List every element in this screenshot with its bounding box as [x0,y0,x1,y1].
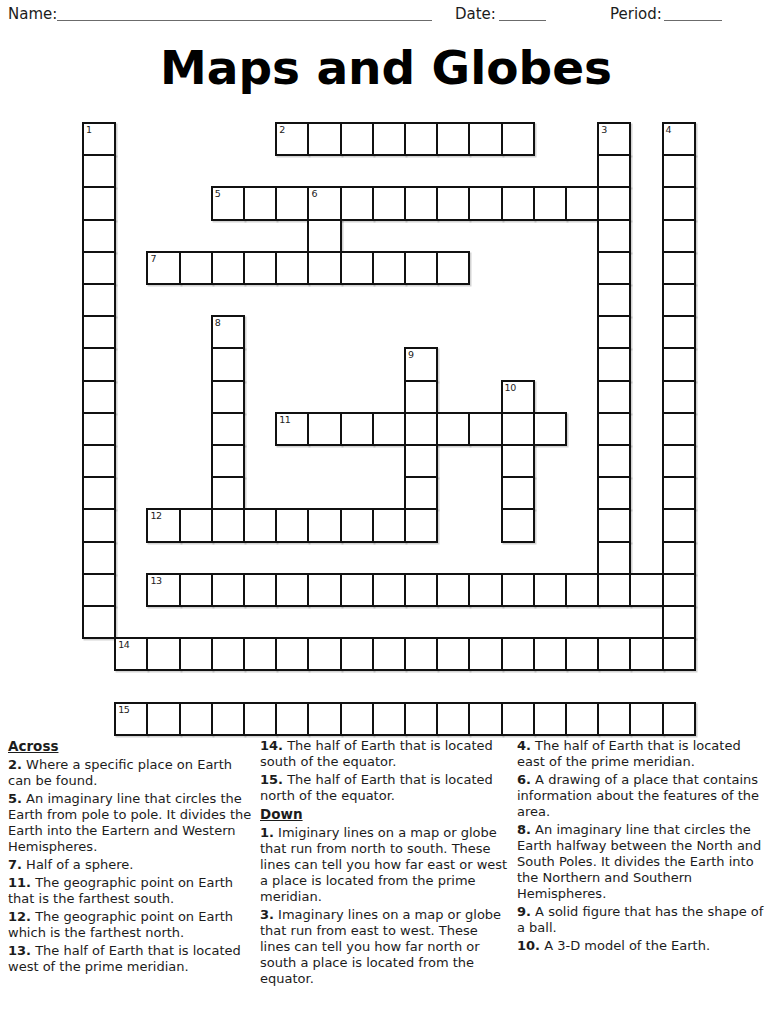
grid-cell-r0c8[interactable] [340,122,374,156]
grid-cell-r18c18[interactable] [662,702,696,736]
grid-cell-r14c14[interactable] [533,573,567,607]
grid-cell-r1c16[interactable] [597,154,631,188]
date-label: Date: [455,5,496,23]
grid-cell-r0c13[interactable] [501,122,535,156]
grid-cell-r16c14[interactable] [533,637,567,671]
grid-cell-r6c0[interactable] [82,315,116,349]
grid-cell-r2c0[interactable] [82,186,116,220]
clue-number: 2 [279,124,285,135]
grid-cell-r12c6[interactable] [275,508,309,542]
grid-cell-r8c13[interactable]: 10 [501,380,535,414]
grid-cell-r16c11[interactable] [436,637,470,671]
clue-13: 13. The half of Earth that is located we… [8,943,255,975]
grid-cell-r14c2[interactable]: 13 [146,573,180,607]
grid-cell-r9c0[interactable] [82,412,116,446]
grid-cell-r9c8[interactable] [340,412,374,446]
clue-number: 12 [150,510,161,521]
grid-cell-r11c0[interactable] [82,476,116,510]
clue-14: 14. The half of Earth that is located so… [260,738,510,770]
clue-number: 6 [311,188,317,199]
grid-cell-r12c13[interactable] [501,508,535,542]
grid-cell-r13c16[interactable] [597,541,631,575]
grid-cell-r9c9[interactable] [372,412,406,446]
grid-cell-r5c16[interactable] [597,283,631,317]
grid-cell-r4c11[interactable] [436,251,470,285]
grid-cell-r16c12[interactable] [468,637,502,671]
grid-cell-r6c18[interactable] [662,315,696,349]
clue-7: 7. Half of a sphere. [8,857,255,873]
grid-cell-r9c12[interactable] [468,412,502,446]
clue-1: 1. Imiginary lines on a map or globe tha… [260,825,510,905]
grid-cell-r13c18[interactable] [662,541,696,575]
grid-cell-r2c18[interactable] [662,186,696,220]
name-label: Name: [8,5,57,23]
grid-cell-r2c16[interactable] [597,186,631,220]
grid-cell-r18c14[interactable] [533,702,567,736]
grid-cell-r10c13[interactable] [501,444,535,478]
clue-2: 2. Where a specific place on Earth can b… [8,757,255,789]
grid-cell-r18c13[interactable] [501,702,535,736]
clue-number: 13 [150,575,161,586]
grid-cell-r16c15[interactable] [565,637,599,671]
grid-cell-r2c6[interactable] [275,186,309,220]
period-label: Period: [610,5,662,23]
clue-4: 4. The half of Earth that is located eas… [517,738,768,770]
grid-cell-r9c7[interactable] [307,412,341,446]
grid-cell-r0c0[interactable]: 1 [82,122,116,156]
grid-cell-r18c9[interactable] [372,702,406,736]
grid-cell-r4c7[interactable] [307,251,341,285]
grid-cell-r4c0[interactable] [82,251,116,285]
grid-cell-r11c10[interactable] [404,476,438,510]
grid-cell-r14c13[interactable] [501,573,535,607]
grid-cell-r0c12[interactable] [468,122,502,156]
clue-number: 8 [215,317,221,328]
clue-3: 3. Imaginary lines on a map or globe tha… [260,907,510,987]
grid-cell-r12c9[interactable] [372,508,406,542]
grid-cell-r14c7[interactable] [307,573,341,607]
grid-cell-r12c2[interactable]: 12 [146,508,180,542]
clue-number: 3 [601,124,607,135]
grid-cell-r12c3[interactable] [179,508,213,542]
clue-number: 15 [118,704,129,715]
grid-cell-r5c18[interactable] [662,283,696,317]
grid-cell-r18c17[interactable] [629,702,663,736]
grid-cell-r5c0[interactable] [82,283,116,317]
grid-cell-r7c0[interactable] [82,347,116,381]
grid-cell-r16c7[interactable] [307,637,341,671]
clue-6: 6. A drawing of a place that contains in… [517,772,768,820]
grid-cell-r9c11[interactable] [436,412,470,446]
grid-cell-r18c3[interactable] [179,702,213,736]
grid-cell-r8c4[interactable] [211,380,245,414]
grid-cell-r14c15[interactable] [565,573,599,607]
grid-cell-r2c10[interactable] [404,186,438,220]
grid-cell-r0c10[interactable] [404,122,438,156]
grid-cell-r3c18[interactable] [662,219,696,253]
grid-cell-r18c5[interactable] [243,702,277,736]
grid-cell-r18c10[interactable] [404,702,438,736]
grid-cell-r16c16[interactable] [597,637,631,671]
clue-column-2: 14. The half of Earth that is located so… [260,738,510,989]
grid-cell-r16c18[interactable] [662,637,696,671]
clue-number: 7 [150,253,156,264]
grid-cell-r8c18[interactable] [662,380,696,414]
grid-cell-r15c18[interactable] [662,605,696,639]
grid-cell-r16c1[interactable]: 14 [114,637,148,671]
grid-cell-r6c4[interactable]: 8 [211,315,245,349]
grid-cell-r2c14[interactable] [533,186,567,220]
grid-cell-r0c6[interactable]: 2 [275,122,309,156]
period-blank-line[interactable] [664,5,722,21]
grid-cell-r2c15[interactable] [565,186,599,220]
clue-column-3: 4. The half of Earth that is located eas… [517,738,768,956]
clue-column-1: Across2. Where a specific place on Earth… [8,738,255,977]
clue-number: 10 [505,382,516,393]
grid-cell-r14c4[interactable] [211,573,245,607]
grid-cell-r18c12[interactable] [468,702,502,736]
grid-cell-r15c0[interactable] [82,605,116,639]
grid-cell-r4c5[interactable] [243,251,277,285]
grid-cell-r18c1[interactable]: 15 [114,702,148,736]
grid-cell-r11c16[interactable] [597,476,631,510]
grid-cell-r18c6[interactable] [275,702,309,736]
grid-cell-r3c16[interactable] [597,219,631,253]
grid-cell-r16c5[interactable] [243,637,277,671]
grid-cell-r4c8[interactable] [340,251,374,285]
grid-cell-r0c7[interactable] [307,122,341,156]
worksheet-page: Name: Date: Period: Maps and Globes 1234… [0,0,772,1024]
grid-cell-r12c16[interactable] [597,508,631,542]
name-blank-line[interactable] [57,5,432,21]
grid-cell-r9c13[interactable] [501,412,535,446]
grid-cell-r16c10[interactable] [404,637,438,671]
grid-cell-r16c13[interactable] [501,637,535,671]
grid-cell-r16c2[interactable] [146,637,180,671]
grid-cell-r4c3[interactable] [179,251,213,285]
grid-cell-r16c6[interactable] [275,637,309,671]
grid-cell-r12c7[interactable] [307,508,341,542]
grid-cell-r10c16[interactable] [597,444,631,478]
grid-cell-r8c0[interactable] [82,380,116,414]
grid-cell-r1c0[interactable] [82,154,116,188]
grid-cell-r14c18[interactable] [662,573,696,607]
clue-11: 11. The geographic point on Earth that i… [8,875,255,907]
grid-cell-r14c10[interactable] [404,573,438,607]
grid-cell-r12c8[interactable] [340,508,374,542]
clue-5: 5. An imaginary line that circles the Ea… [8,791,255,855]
grid-cell-r9c16[interactable] [597,412,631,446]
grid-cell-r11c13[interactable] [501,476,535,510]
grid-cell-r9c6[interactable]: 11 [275,412,309,446]
grid-cell-r14c17[interactable] [629,573,663,607]
grid-cell-r13c0[interactable] [82,541,116,575]
clue-9: 9. A solid figure that has the shape of … [517,904,768,936]
grid-cell-r14c8[interactable] [340,573,374,607]
grid-cell-r4c9[interactable] [372,251,406,285]
grid-cell-r0c16[interactable]: 3 [597,122,631,156]
grid-cell-r16c3[interactable] [179,637,213,671]
grid-cell-r6c16[interactable] [597,315,631,349]
grid-cell-r18c7[interactable] [307,702,341,736]
grid-cell-r18c2[interactable] [146,702,180,736]
grid-cell-r16c17[interactable] [629,637,663,671]
grid-cell-r18c15[interactable] [565,702,599,736]
clue-15: 15. The half of Earth that is located no… [260,772,510,804]
grid-cell-r2c13[interactable] [501,186,535,220]
grid-cell-r8c16[interactable] [597,380,631,414]
grid-cell-r12c18[interactable] [662,508,696,542]
grid-cell-r16c9[interactable] [372,637,406,671]
grid-cell-r4c16[interactable] [597,251,631,285]
grid-cell-r0c18[interactable]: 4 [662,122,696,156]
clue-number: 14 [118,639,129,650]
grid-cell-r2c7[interactable]: 6 [307,186,341,220]
clue-number: 4 [666,124,672,135]
grid-cell-r14c12[interactable] [468,573,502,607]
clue-12: 12. The geographic point on Earth which … [8,909,255,941]
grid-cell-r4c2[interactable]: 7 [146,251,180,285]
grid-cell-r0c11[interactable] [436,122,470,156]
grid-cell-r12c10[interactable] [404,508,438,542]
grid-cell-r14c16[interactable] [597,573,631,607]
clue-10: 10. A 3-D model of the Earth. [517,938,768,954]
grid-cell-r11c18[interactable] [662,476,696,510]
grid-cell-r7c18[interactable] [662,347,696,381]
grid-cell-r10c4[interactable] [211,444,245,478]
grid-cell-r14c5[interactable] [243,573,277,607]
grid-cell-r2c4[interactable]: 5 [211,186,245,220]
grid-cell-r9c4[interactable] [211,412,245,446]
grid-cell-r4c6[interactable] [275,251,309,285]
clue-number: 5 [215,188,221,199]
grid-cell-r14c0[interactable] [82,573,116,607]
grid-cell-r14c3[interactable] [179,573,213,607]
grid-cell-r11c4[interactable] [211,476,245,510]
date-blank-line[interactable] [499,5,546,21]
clue-number: 1 [86,124,92,135]
grid-cell-r18c4[interactable] [211,702,245,736]
grid-cell-r3c7[interactable] [307,219,341,253]
grid-cell-r9c10[interactable] [404,412,438,446]
grid-cell-r18c8[interactable] [340,702,374,736]
grid-cell-r10c0[interactable] [82,444,116,478]
grid-cell-r8c10[interactable] [404,380,438,414]
clues-across-header: Across [8,738,255,754]
grid-cell-r7c4[interactable] [211,347,245,381]
clue-8: 8. An imaginary line that circles the Ea… [517,822,768,902]
grid-cell-r7c10[interactable]: 9 [404,347,438,381]
clues-down-header: Down [260,806,510,822]
grid-cell-r1c18[interactable] [662,154,696,188]
grid-cell-r16c4[interactable] [211,637,245,671]
grid-cell-r2c5[interactable] [243,186,277,220]
grid-cell-r12c5[interactable] [243,508,277,542]
grid-cell-r2c8[interactable] [340,186,374,220]
grid-cell-r12c0[interactable] [82,508,116,542]
grid-cell-r4c10[interactable] [404,251,438,285]
grid-cell-r0c9[interactable] [372,122,406,156]
grid-cell-r4c4[interactable] [211,251,245,285]
grid-cell-r14c6[interactable] [275,573,309,607]
grid-cell-r16c8[interactable] [340,637,374,671]
grid-cell-r14c11[interactable] [436,573,470,607]
grid-cell-r2c11[interactable] [436,186,470,220]
grid-cell-r10c18[interactable] [662,444,696,478]
grid-cell-r7c16[interactable] [597,347,631,381]
grid-cell-r3c0[interactable] [82,219,116,253]
crossword-grid: 123456789101112131415 [82,122,698,738]
grid-cell-r18c16[interactable] [597,702,631,736]
clue-number: 11 [279,414,290,425]
grid-cell-r14c9[interactable] [372,573,406,607]
grid-cell-r4c18[interactable] [662,251,696,285]
grid-cell-r9c18[interactable] [662,412,696,446]
clue-number: 9 [408,349,414,360]
page-title: Maps and Globes [0,40,772,95]
grid-cell-r2c9[interactable] [372,186,406,220]
grid-cell-r18c11[interactable] [436,702,470,736]
grid-cell-r12c4[interactable] [211,508,245,542]
grid-cell-r9c14[interactable] [533,412,567,446]
grid-cell-r2c12[interactable] [468,186,502,220]
grid-cell-r10c10[interactable] [404,444,438,478]
